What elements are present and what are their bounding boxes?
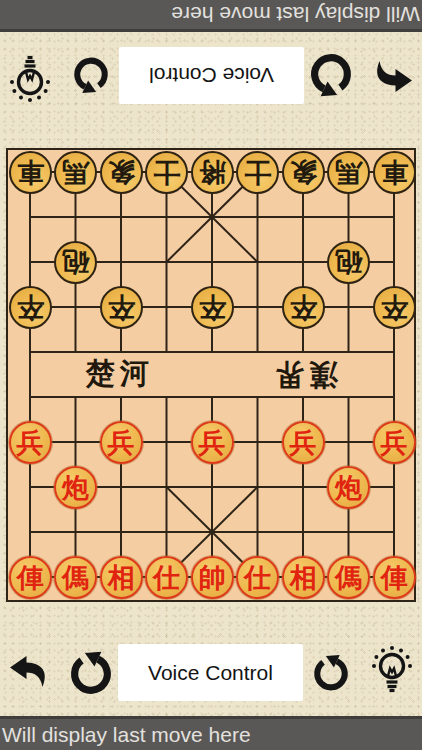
piece-glyph: 仕: [244, 564, 271, 591]
piece-glyph: 炮: [335, 474, 362, 501]
piece-black-砲[interactable]: 砲: [327, 241, 370, 284]
piece-glyph: 相: [108, 564, 135, 591]
piece-glyph: 相: [290, 564, 317, 591]
piece-glyph: 俥: [381, 564, 408, 591]
top-status-bar: Will display last move here: [0, 0, 422, 32]
piece-glyph: 士: [244, 159, 271, 186]
piece-glyph: 卒: [17, 294, 44, 321]
piece-black-車[interactable]: 車: [9, 151, 52, 194]
piece-glyph: 卒: [199, 294, 226, 321]
piece-red-俥[interactable]: 俥: [9, 556, 52, 599]
board-pieces: 車馬象士將士象馬車砲砲卒卒卒卒卒兵兵兵兵兵炮炮俥傌相仕帥仕相傌俥: [6, 148, 416, 602]
piece-glyph: 卒: [108, 294, 135, 321]
piece-black-士[interactable]: 士: [145, 151, 188, 194]
piece-black-卒[interactable]: 卒: [191, 286, 234, 329]
top-status-text: Will display last move here: [0, 0, 422, 29]
hint-button-bottom[interactable]: [372, 645, 412, 699]
undo-button-top[interactable]: [306, 51, 356, 101]
piece-red-仕[interactable]: 仕: [236, 556, 279, 599]
piece-red-帥[interactable]: 帥: [191, 556, 234, 599]
piece-glyph: 卒: [381, 294, 408, 321]
piece-glyph: 兵: [108, 429, 135, 456]
back-arrow-button-top[interactable]: [370, 58, 414, 94]
piece-black-卒[interactable]: 卒: [282, 286, 325, 329]
piece-glyph: 馬: [335, 159, 362, 186]
redo-button-bottom[interactable]: [310, 651, 352, 693]
piece-glyph: 馬: [62, 159, 89, 186]
top-controls-row: Voice Control: [0, 40, 422, 112]
piece-red-仕[interactable]: 仕: [145, 556, 188, 599]
back-arrow-button-bottom[interactable]: [8, 654, 52, 690]
piece-glyph: 砲: [335, 249, 362, 276]
piece-black-將[interactable]: 將: [191, 151, 234, 194]
piece-glyph: 兵: [381, 429, 408, 456]
undo-arrow-icon: [66, 647, 116, 697]
piece-black-車[interactable]: 車: [373, 151, 416, 194]
piece-glyph: 車: [381, 159, 408, 186]
piece-glyph: 兵: [199, 429, 226, 456]
piece-red-兵[interactable]: 兵: [373, 421, 416, 464]
piece-glyph: 傌: [335, 564, 362, 591]
piece-black-卒[interactable]: 卒: [9, 286, 52, 329]
piece-glyph: 帥: [199, 564, 226, 591]
piece-glyph: 士: [153, 159, 180, 186]
piece-red-兵[interactable]: 兵: [100, 421, 143, 464]
back-arrow-icon: [370, 58, 414, 94]
piece-glyph: 象: [290, 159, 317, 186]
hint-button-top[interactable]: [10, 49, 50, 103]
back-arrow-icon: [8, 654, 52, 690]
piece-red-俥[interactable]: 俥: [373, 556, 416, 599]
piece-red-兵[interactable]: 兵: [191, 421, 234, 464]
redo-arrow-icon: [310, 651, 352, 693]
piece-glyph: 俥: [17, 564, 44, 591]
piece-glyph: 傌: [62, 564, 89, 591]
bottom-status-text: Will display last move here: [0, 719, 422, 750]
piece-glyph: 仕: [153, 564, 180, 591]
piece-glyph: 炮: [62, 474, 89, 501]
piece-red-兵[interactable]: 兵: [9, 421, 52, 464]
undo-button-bottom[interactable]: [66, 647, 116, 697]
piece-red-炮[interactable]: 炮: [54, 466, 97, 509]
piece-black-馬[interactable]: 馬: [54, 151, 97, 194]
piece-glyph: 砲: [62, 249, 89, 276]
piece-red-傌[interactable]: 傌: [327, 556, 370, 599]
redo-arrow-icon: [70, 55, 112, 97]
piece-black-馬[interactable]: 馬: [327, 151, 370, 194]
piece-glyph: 卒: [290, 294, 317, 321]
voice-control-button-bottom[interactable]: Voice Control: [118, 644, 303, 701]
xiangqi-app-screen: Will display last move here Voice Contro…: [0, 0, 422, 750]
piece-glyph: 車: [17, 159, 44, 186]
piece-black-象[interactable]: 象: [282, 151, 325, 194]
piece-black-士[interactable]: 士: [236, 151, 279, 194]
redo-button-top[interactable]: [70, 55, 112, 97]
bottom-status-bar: Will display last move here: [0, 716, 422, 750]
piece-red-兵[interactable]: 兵: [282, 421, 325, 464]
bottom-controls-row: Voice Control: [0, 636, 422, 708]
lightbulb-icon: [10, 49, 50, 103]
piece-black-象[interactable]: 象: [100, 151, 143, 194]
piece-glyph: 象: [108, 159, 135, 186]
xiangqi-board[interactable]: 楚河 漢界 車馬象士將士象馬車砲砲卒卒卒卒卒兵兵兵兵兵炮炮俥傌相仕帥仕相傌俥: [6, 148, 416, 602]
voice-control-button-top[interactable]: Voice Control: [119, 47, 304, 104]
lightbulb-icon: [372, 645, 412, 699]
piece-black-砲[interactable]: 砲: [54, 241, 97, 284]
piece-red-炮[interactable]: 炮: [327, 466, 370, 509]
piece-red-相[interactable]: 相: [100, 556, 143, 599]
piece-glyph: 兵: [17, 429, 44, 456]
piece-red-傌[interactable]: 傌: [54, 556, 97, 599]
piece-red-相[interactable]: 相: [282, 556, 325, 599]
piece-glyph: 將: [199, 159, 226, 186]
piece-glyph: 兵: [290, 429, 317, 456]
undo-arrow-icon: [306, 51, 356, 101]
piece-black-卒[interactable]: 卒: [373, 286, 416, 329]
piece-black-卒[interactable]: 卒: [100, 286, 143, 329]
